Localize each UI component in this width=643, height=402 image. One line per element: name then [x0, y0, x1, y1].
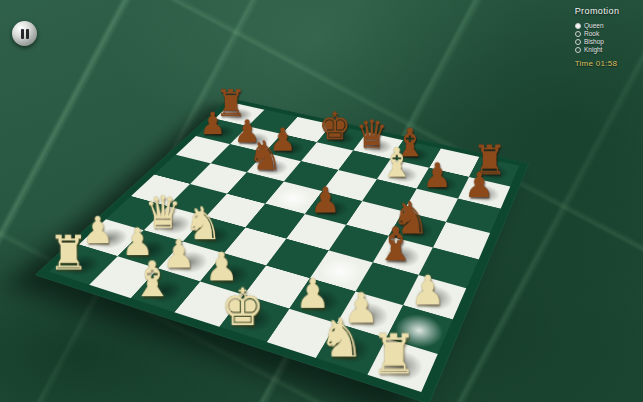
promotion-title: Promotion — [561, 6, 633, 16]
chess-piece-black-P-a7[interactable]: ♟ — [200, 108, 226, 141]
promotion-panel: Promotion Queen Rook Bishop Knight — [561, 6, 633, 53]
pause-icon — [26, 29, 29, 39]
chess-piece-black-B-g4[interactable]: ♝ — [376, 220, 416, 269]
board-square-h3[interactable]: ♟ — [403, 275, 466, 319]
promotion-options: Queen Rook Bishop Knight — [561, 22, 633, 53]
radio-icon[interactable] — [575, 23, 581, 29]
promotion-option-knight[interactable]: Knight — [575, 46, 602, 53]
chess-piece-white-N-g1[interactable]: ♞ — [319, 310, 365, 366]
chess-piece-black-P-e5[interactable]: ♟ — [310, 182, 340, 219]
chess-piece-white-K-e1[interactable]: ♚ — [221, 281, 265, 335]
pause-button[interactable] — [12, 21, 37, 46]
pause-icon — [21, 29, 24, 39]
promotion-option-bishop[interactable]: Bishop — [575, 38, 604, 45]
promotion-option-rook[interactable]: Rook — [575, 30, 599, 37]
chess-piece-white-B-f7[interactable]: ♝ — [379, 141, 414, 184]
radio-icon[interactable] — [575, 31, 581, 37]
chess-piece-black-P-g7[interactable]: ♟ — [423, 158, 452, 194]
radio-icon[interactable] — [575, 39, 581, 45]
chess-board[interactable]: ♜♚♛♝♜♟♟♟♝♟♟♞♟♞♝♛♞♟♟♟♟♟♟♟♜♝♚♞♜ — [49, 103, 519, 392]
radio-icon[interactable] — [575, 47, 581, 53]
game-window: ♜♚♛♝♜♟♟♟♝♟♟♞♟♞♝♛♞♟♟♟♟♟♟♟♜♝♚♞♜ Promotion … — [0, 0, 643, 402]
chess-piece-white-R-h1[interactable]: ♜ — [371, 326, 418, 383]
chess-piece-white-P-h3[interactable]: ♟ — [410, 269, 445, 312]
chess-piece-black-K-d8[interactable]: ♚ — [319, 106, 351, 146]
chess-piece-black-P-h7[interactable]: ♟ — [464, 167, 494, 203]
timer-label: Time 01:58 — [561, 59, 631, 68]
chess-piece-white-R-a1[interactable]: ♜ — [48, 229, 89, 279]
chess-piece-black-N-c6[interactable]: ♞ — [248, 135, 282, 177]
board-frame: ♜♚♛♝♜♟♟♟♝♟♟♞♟♞♝♛♞♟♟♟♟♟♟♟♜♝♚♞♜ — [35, 98, 530, 402]
chess-piece-white-B-c1[interactable]: ♝ — [131, 254, 173, 305]
chess-board-3d: ♜♚♛♝♜♟♟♟♝♟♟♞♟♞♝♛♞♟♟♟♟♟♟♟♜♝♚♞♜ — [35, 98, 530, 402]
promotion-option-queen[interactable]: Queen — [575, 22, 604, 29]
